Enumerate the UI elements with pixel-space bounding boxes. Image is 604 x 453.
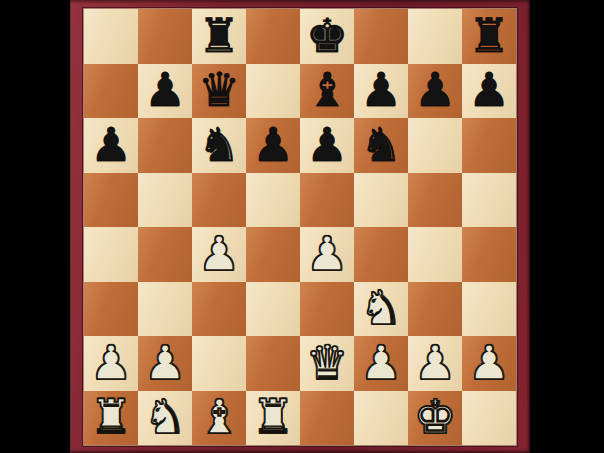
square-b5[interactable] [138,173,192,228]
piece-white-king[interactable]: ♚ [414,393,456,440]
square-h2[interactable]: ♟ [462,336,516,391]
square-d8[interactable] [246,9,300,64]
piece-white-pawn[interactable]: ♟ [198,230,240,277]
square-c5[interactable] [192,173,246,228]
piece-black-pawn[interactable]: ♟ [414,66,456,113]
square-d1[interactable]: ♜ [246,391,300,446]
square-d6[interactable]: ♟ [246,118,300,173]
chess-board: ♜♚♜♟♛♝♟♟♟♟♞♟♟♞♟♟♞♟♟♛♟♟♟♜♞♝♜♚ [84,9,516,445]
piece-black-queen[interactable]: ♛ [198,66,240,113]
square-b7[interactable]: ♟ [138,64,192,119]
square-a3[interactable] [84,282,138,337]
square-g3[interactable] [408,282,462,337]
square-a7[interactable] [84,64,138,119]
square-c3[interactable] [192,282,246,337]
piece-black-bishop[interactable]: ♝ [306,66,348,113]
square-e2[interactable]: ♛ [300,336,354,391]
square-f3[interactable]: ♞ [354,282,408,337]
piece-white-pawn[interactable]: ♟ [360,339,402,386]
square-g5[interactable] [408,173,462,228]
square-h3[interactable] [462,282,516,337]
square-e4[interactable]: ♟ [300,227,354,282]
square-e8[interactable]: ♚ [300,9,354,64]
piece-white-pawn[interactable]: ♟ [90,339,132,386]
piece-white-knight[interactable]: ♞ [360,284,402,331]
square-f2[interactable]: ♟ [354,336,408,391]
square-f8[interactable] [354,9,408,64]
square-b1[interactable]: ♞ [138,391,192,446]
square-a5[interactable] [84,173,138,228]
square-d7[interactable] [246,64,300,119]
square-g7[interactable]: ♟ [408,64,462,119]
square-e7[interactable]: ♝ [300,64,354,119]
piece-black-pawn[interactable]: ♟ [144,66,186,113]
square-g6[interactable] [408,118,462,173]
square-f7[interactable]: ♟ [354,64,408,119]
piece-black-pawn[interactable]: ♟ [252,121,294,168]
piece-black-rook[interactable]: ♜ [198,12,240,59]
square-h4[interactable] [462,227,516,282]
square-e5[interactable] [300,173,354,228]
square-d2[interactable] [246,336,300,391]
square-h6[interactable] [462,118,516,173]
square-a4[interactable] [84,227,138,282]
piece-black-pawn[interactable]: ♟ [468,66,510,113]
square-g8[interactable] [408,9,462,64]
piece-white-rook[interactable]: ♜ [252,393,294,440]
square-e6[interactable]: ♟ [300,118,354,173]
piece-black-pawn[interactable]: ♟ [90,121,132,168]
piece-black-rook[interactable]: ♜ [468,12,510,59]
piece-white-pawn[interactable]: ♟ [306,230,348,277]
square-a2[interactable]: ♟ [84,336,138,391]
square-c8[interactable]: ♜ [192,9,246,64]
square-f5[interactable] [354,173,408,228]
piece-white-queen[interactable]: ♛ [306,339,348,386]
piece-white-pawn[interactable]: ♟ [468,339,510,386]
square-g1[interactable]: ♚ [408,391,462,446]
square-g4[interactable] [408,227,462,282]
square-c6[interactable]: ♞ [192,118,246,173]
chess-board-frame: ♜♚♜♟♛♝♟♟♟♟♞♟♟♞♟♟♞♟♟♛♟♟♟♜♞♝♜♚ [70,0,530,453]
square-h8[interactable]: ♜ [462,9,516,64]
piece-black-pawn[interactable]: ♟ [306,121,348,168]
piece-black-knight[interactable]: ♞ [198,121,240,168]
square-d3[interactable] [246,282,300,337]
square-c7[interactable]: ♛ [192,64,246,119]
square-e1[interactable] [300,391,354,446]
square-h7[interactable]: ♟ [462,64,516,119]
piece-black-knight[interactable]: ♞ [360,121,402,168]
square-h5[interactable] [462,173,516,228]
square-b4[interactable] [138,227,192,282]
square-c2[interactable] [192,336,246,391]
piece-white-knight[interactable]: ♞ [144,393,186,440]
piece-white-pawn[interactable]: ♟ [414,339,456,386]
piece-black-king[interactable]: ♚ [306,12,348,59]
square-h1[interactable] [462,391,516,446]
square-b3[interactable] [138,282,192,337]
square-f1[interactable] [354,391,408,446]
square-a1[interactable]: ♜ [84,391,138,446]
piece-white-bishop[interactable]: ♝ [198,393,240,440]
square-a6[interactable]: ♟ [84,118,138,173]
square-d5[interactable] [246,173,300,228]
square-c4[interactable]: ♟ [192,227,246,282]
piece-black-pawn[interactable]: ♟ [360,66,402,113]
square-c1[interactable]: ♝ [192,391,246,446]
square-a8[interactable] [84,9,138,64]
square-e3[interactable] [300,282,354,337]
square-b8[interactable] [138,9,192,64]
square-g2[interactable]: ♟ [408,336,462,391]
app-background: ♜♚♜♟♛♝♟♟♟♟♞♟♟♞♟♟♞♟♟♛♟♟♟♜♞♝♜♚ [0,0,604,453]
piece-white-rook[interactable]: ♜ [90,393,132,440]
square-d4[interactable] [246,227,300,282]
square-b2[interactable]: ♟ [138,336,192,391]
square-f6[interactable]: ♞ [354,118,408,173]
square-b6[interactable] [138,118,192,173]
piece-white-pawn[interactable]: ♟ [144,339,186,386]
square-f4[interactable] [354,227,408,282]
